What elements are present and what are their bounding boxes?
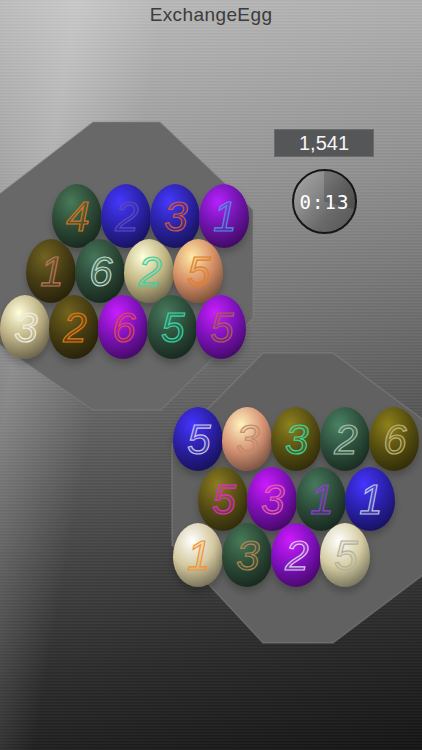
egg-top-board-r2c3[interactable]: 2 <box>124 239 174 303</box>
egg-number: 5 <box>196 295 246 359</box>
svg-text:1: 1 <box>310 476 333 523</box>
egg-bottom-board-r1c1[interactable]: 5 <box>173 407 223 471</box>
svg-text:3: 3 <box>236 532 259 579</box>
svg-text:2: 2 <box>137 248 161 295</box>
egg-number: 3 <box>222 523 272 587</box>
svg-text:6: 6 <box>112 304 136 351</box>
egg-number: 3 <box>0 295 50 359</box>
egg-bottom-board-r1c3[interactable]: 3 <box>271 407 321 471</box>
egg-number: 6 <box>75 239 125 303</box>
timer-text: 0:13 <box>294 171 355 232</box>
egg-number: 2 <box>49 295 99 359</box>
egg-number: 1 <box>345 467 395 531</box>
egg-bottom-board-r3c3[interactable]: 2 <box>271 523 321 587</box>
egg-bottom-board-r3c2[interactable]: 3 <box>222 523 272 587</box>
egg-number: 1 <box>296 467 346 531</box>
egg-number: 5 <box>173 239 223 303</box>
egg-bottom-board-r2c3[interactable]: 1 <box>296 467 346 531</box>
egg-number: 2 <box>124 239 174 303</box>
score-display: 1,541 <box>274 129 374 157</box>
svg-text:1: 1 <box>40 248 63 295</box>
egg-top-board-r2c4[interactable]: 5 <box>173 239 223 303</box>
svg-text:1: 1 <box>213 193 236 240</box>
egg-top-board-r3c3[interactable]: 6 <box>98 295 148 359</box>
egg-top-board-r3c5[interactable]: 5 <box>196 295 246 359</box>
egg-bottom-board-r3c4[interactable]: 5 <box>320 523 370 587</box>
egg-number: 3 <box>222 407 272 471</box>
egg-number: 5 <box>320 523 370 587</box>
svg-text:3: 3 <box>236 416 259 463</box>
svg-text:2: 2 <box>114 193 138 240</box>
egg-bottom-board-r2c2[interactable]: 3 <box>247 467 297 531</box>
egg-top-board-r3c1[interactable]: 3 <box>0 295 50 359</box>
svg-text:2: 2 <box>284 532 308 579</box>
egg-bottom-board-r1c4[interactable]: 2 <box>320 407 370 471</box>
svg-text:3: 3 <box>164 193 187 240</box>
svg-text:2: 2 <box>333 416 357 463</box>
svg-text:5: 5 <box>334 532 358 579</box>
egg-number: 5 <box>198 467 248 531</box>
svg-text:3: 3 <box>14 304 37 351</box>
egg-number: 5 <box>147 295 197 359</box>
svg-text:5: 5 <box>210 304 234 351</box>
egg-number: 5 <box>173 407 223 471</box>
egg-bottom-board-r1c5[interactable]: 6 <box>369 407 419 471</box>
svg-text:3: 3 <box>285 416 308 463</box>
egg-number: 1 <box>26 239 76 303</box>
egg-bottom-board-r1c2[interactable]: 3 <box>222 407 272 471</box>
svg-text:6: 6 <box>383 416 407 463</box>
svg-text:5: 5 <box>187 416 211 463</box>
game-screen: ExchangeEgg 4231162532655 5332653111325 … <box>0 0 422 750</box>
svg-text:4: 4 <box>66 193 89 240</box>
svg-text:1: 1 <box>187 532 210 579</box>
svg-text:5: 5 <box>187 248 211 295</box>
timer-clock: 0:13 <box>292 169 357 234</box>
egg-top-board-r2c2[interactable]: 6 <box>75 239 125 303</box>
svg-text:5: 5 <box>212 476 236 523</box>
egg-number: 3 <box>271 407 321 471</box>
egg-top-board-r2c1[interactable]: 1 <box>26 239 76 303</box>
board-shapes <box>0 0 422 750</box>
svg-text:3: 3 <box>261 476 284 523</box>
egg-top-board-r3c2[interactable]: 2 <box>49 295 99 359</box>
egg-bottom-board-r2c4[interactable]: 1 <box>345 467 395 531</box>
egg-top-board-r3c4[interactable]: 5 <box>147 295 197 359</box>
egg-bottom-board-r3c1[interactable]: 1 <box>173 523 223 587</box>
egg-number: 1 <box>173 523 223 587</box>
egg-bottom-board-r2c1[interactable]: 5 <box>198 467 248 531</box>
egg-number: 6 <box>369 407 419 471</box>
svg-text:6: 6 <box>89 248 113 295</box>
egg-number: 2 <box>271 523 321 587</box>
svg-text:2: 2 <box>62 304 86 351</box>
egg-number: 2 <box>320 407 370 471</box>
egg-number: 6 <box>98 295 148 359</box>
svg-text:5: 5 <box>161 304 185 351</box>
egg-number: 3 <box>247 467 297 531</box>
svg-text:1: 1 <box>359 476 382 523</box>
